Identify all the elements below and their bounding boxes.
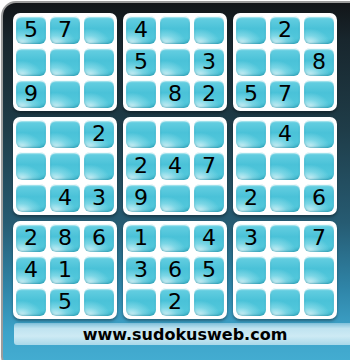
cell-r6c8[interactable] [270,184,300,212]
cell-r9c8[interactable] [270,288,300,316]
cell-r2c2[interactable] [50,48,80,76]
cell-r1c5[interactable] [160,16,190,44]
cell-r9c1[interactable] [16,288,46,316]
cell-r6c6[interactable] [194,184,224,212]
cell-r6c5[interactable] [160,184,190,212]
cell-r6c2[interactable]: 4 [50,184,80,212]
block-3: 2857 [233,13,337,111]
cell-r2c7[interactable] [236,48,266,76]
cell-r6c7[interactable]: 2 [236,184,266,212]
cell-r3c6[interactable]: 2 [194,80,224,108]
cell-r7c4[interactable]: 1 [126,224,156,252]
cell-r5c7[interactable] [236,152,266,180]
cell-r2c9[interactable]: 8 [304,48,334,76]
cell-r8c1[interactable]: 4 [16,256,46,284]
cell-r8c7[interactable] [236,256,266,284]
sudoku-page: 579453822857243247942628641514365237 www… [0,0,350,360]
block-5: 2479 [123,117,227,215]
cell-r5c1[interactable] [16,152,46,180]
cell-r4c5[interactable] [160,120,190,148]
cell-r7c7[interactable]: 3 [236,224,266,252]
cell-r3c5[interactable]: 8 [160,80,190,108]
cell-r1c7[interactable] [236,16,266,44]
block-8: 143652 [123,221,227,319]
cell-r8c3[interactable] [84,256,114,284]
cell-r9c5[interactable]: 2 [160,288,190,316]
cell-r5c6[interactable]: 7 [194,152,224,180]
block-9: 37 [233,221,337,319]
cell-r1c9[interactable] [304,16,334,44]
block-2: 45382 [123,13,227,111]
cell-r4c8[interactable]: 4 [270,120,300,148]
cell-r1c1[interactable]: 5 [16,16,46,44]
cell-r8c5[interactable]: 6 [160,256,190,284]
block-4: 243 [13,117,117,215]
cell-r3c9[interactable] [304,80,334,108]
cell-r4c3[interactable]: 2 [84,120,114,148]
cell-r7c3[interactable]: 6 [84,224,114,252]
cell-r4c7[interactable] [236,120,266,148]
cell-r7c2[interactable]: 8 [50,224,80,252]
cell-r7c1[interactable]: 2 [16,224,46,252]
cell-r9c9[interactable] [304,288,334,316]
cell-r9c3[interactable] [84,288,114,316]
sudoku-board-frame: 579453822857243247942628641514365237 www… [1,1,350,360]
cell-r4c2[interactable] [50,120,80,148]
cell-r7c5[interactable] [160,224,190,252]
website-url[interactable]: www.sudokusweb.com [83,325,288,344]
cell-r5c5[interactable]: 4 [160,152,190,180]
cell-r7c8[interactable] [270,224,300,252]
cell-r1c6[interactable] [194,16,224,44]
cell-r3c4[interactable] [126,80,156,108]
cell-r3c8[interactable]: 7 [270,80,300,108]
cell-r5c3[interactable] [84,152,114,180]
block-1: 579 [13,13,117,111]
cell-r3c2[interactable] [50,80,80,108]
cell-r6c9[interactable]: 6 [304,184,334,212]
cell-r8c9[interactable] [304,256,334,284]
cell-r2c8[interactable] [270,48,300,76]
footer-bar: www.sudokusweb.com [14,323,350,345]
cell-r4c9[interactable] [304,120,334,148]
cell-r1c2[interactable]: 7 [50,16,80,44]
sudoku-grid: 579453822857243247942628641514365237 [13,13,337,319]
cell-r8c8[interactable] [270,256,300,284]
cell-r2c1[interactable] [16,48,46,76]
cell-r6c3[interactable]: 3 [84,184,114,212]
cell-r5c9[interactable] [304,152,334,180]
cell-r9c2[interactable]: 5 [50,288,80,316]
cell-r1c4[interactable]: 4 [126,16,156,44]
cell-r9c6[interactable] [194,288,224,316]
cell-r6c1[interactable] [16,184,46,212]
cell-r3c7[interactable]: 5 [236,80,266,108]
cell-r1c3[interactable] [84,16,114,44]
cell-r9c4[interactable] [126,288,156,316]
cell-r1c8[interactable]: 2 [270,16,300,44]
cell-r5c8[interactable] [270,152,300,180]
cell-r7c6[interactable]: 4 [194,224,224,252]
cell-r2c5[interactable] [160,48,190,76]
cell-r6c4[interactable]: 9 [126,184,156,212]
block-7: 286415 [13,221,117,319]
block-6: 426 [233,117,337,215]
cell-r5c4[interactable]: 2 [126,152,156,180]
cell-r8c2[interactable]: 1 [50,256,80,284]
cell-r8c4[interactable]: 3 [126,256,156,284]
cell-r5c2[interactable] [50,152,80,180]
cell-r2c4[interactable]: 5 [126,48,156,76]
cell-r9c7[interactable] [236,288,266,316]
cell-r4c4[interactable] [126,120,156,148]
cell-r3c1[interactable]: 9 [16,80,46,108]
cell-r8c6[interactable]: 5 [194,256,224,284]
cell-r4c1[interactable] [16,120,46,148]
cell-r2c3[interactable] [84,48,114,76]
cell-r3c3[interactable] [84,80,114,108]
cell-r4c6[interactable] [194,120,224,148]
cell-r2c6[interactable]: 3 [194,48,224,76]
cell-r7c9[interactable]: 7 [304,224,334,252]
